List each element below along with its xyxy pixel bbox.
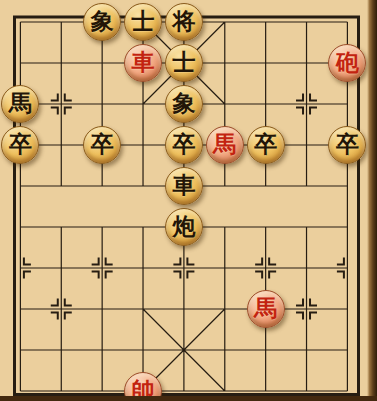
- black-soldier-cell: 卒: [327, 124, 368, 165]
- black-soldier[interactable]: 卒: [83, 126, 121, 164]
- red-horse[interactable]: 馬: [206, 126, 244, 164]
- xiangqi-app-window: 象士将車士砲馬象卒卒卒馬卒卒車炮馬帥: [0, 0, 377, 401]
- black-elephant[interactable]: 象: [165, 85, 203, 123]
- black-advisor-cell: 士: [123, 1, 164, 42]
- black-horse[interactable]: 馬: [1, 85, 39, 123]
- black-elephant-cell: 象: [164, 83, 205, 124]
- black-elephant[interactable]: 象: [83, 3, 121, 41]
- black-advisor[interactable]: 士: [124, 3, 162, 41]
- black-soldier-cell: 卒: [82, 124, 123, 165]
- black-elephant-cell: 象: [82, 1, 123, 42]
- board-frame-bottom-edge: [0, 396, 377, 401]
- black-horse-cell: 馬: [0, 83, 41, 124]
- xiangqi-board[interactable]: 象士将車士砲馬象卒卒卒馬卒卒車炮馬帥: [0, 1, 368, 401]
- red-horse[interactable]: 馬: [247, 290, 285, 328]
- black-general-cell: 将: [164, 1, 205, 42]
- red-horse-cell: 馬: [245, 288, 286, 329]
- black-cannon[interactable]: 炮: [165, 208, 203, 246]
- red-cannon[interactable]: 砲: [328, 44, 366, 82]
- red-horse-cell: 馬: [204, 124, 245, 165]
- black-soldier[interactable]: 卒: [165, 126, 203, 164]
- black-general[interactable]: 将: [165, 3, 203, 41]
- black-soldier-cell: 卒: [164, 124, 205, 165]
- red-chariot-cell: 車: [123, 42, 164, 83]
- black-soldier-cell: 卒: [245, 124, 286, 165]
- red-cannon-cell: 砲: [327, 42, 368, 83]
- board-frame-right-edge: [367, 0, 377, 401]
- black-advisor[interactable]: 士: [165, 44, 203, 82]
- black-chariot[interactable]: 車: [165, 167, 203, 205]
- red-chariot[interactable]: 車: [124, 44, 162, 82]
- black-soldier[interactable]: 卒: [247, 126, 285, 164]
- black-chariot-cell: 車: [164, 165, 205, 206]
- black-soldier-cell: 卒: [0, 124, 41, 165]
- black-cannon-cell: 炮: [164, 206, 205, 247]
- black-soldier[interactable]: 卒: [1, 126, 39, 164]
- black-soldier[interactable]: 卒: [328, 126, 366, 164]
- black-advisor-cell: 士: [164, 42, 205, 83]
